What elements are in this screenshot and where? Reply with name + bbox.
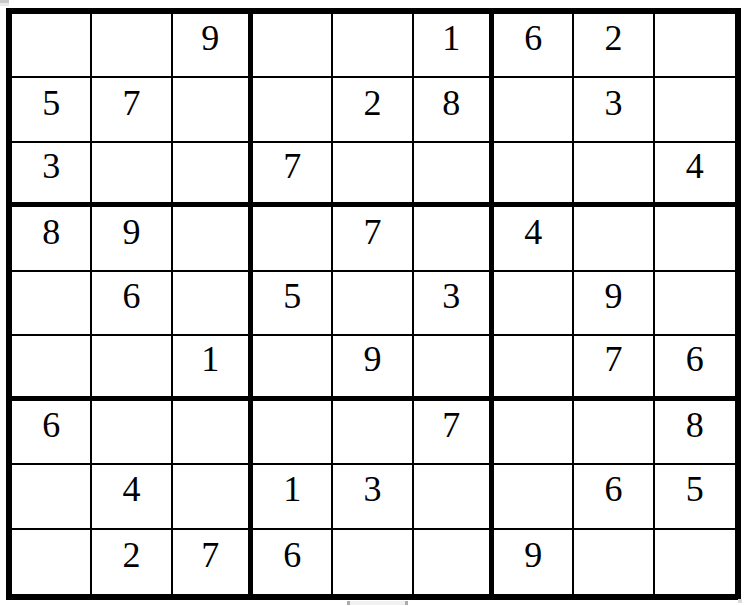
cell-r8c1[interactable]: [12, 465, 92, 529]
cell-r1c8[interactable]: 2: [574, 14, 654, 78]
cell-r6c9[interactable]: 6: [655, 336, 735, 400]
cell-r7c1[interactable]: 6: [12, 401, 92, 465]
cell-r9c7[interactable]: 9: [494, 530, 574, 594]
cell-r9c3[interactable]: 7: [173, 530, 253, 594]
cell-r8c7[interactable]: [494, 465, 574, 529]
cell-r5c7[interactable]: [494, 272, 574, 336]
cell-r1c2[interactable]: [92, 14, 172, 78]
cell-r9c8[interactable]: [574, 530, 654, 594]
cell-r2c6[interactable]: 8: [414, 78, 494, 142]
cell-r5c4[interactable]: 5: [253, 272, 333, 336]
cell-r6c3[interactable]: 1: [173, 336, 253, 400]
cell-r7c6[interactable]: 7: [414, 401, 494, 465]
cell-digit: 7: [122, 85, 140, 121]
cell-r3c2[interactable]: [92, 143, 172, 207]
cell-digit: 7: [283, 148, 301, 184]
cell-r3c3[interactable]: [173, 143, 253, 207]
cell-r2c8[interactable]: 3: [574, 78, 654, 142]
cell-r7c9[interactable]: 8: [655, 401, 735, 465]
cell-digit: 2: [122, 537, 140, 573]
screenshot-stage: 916257283374897465391976678413652769: [0, 0, 745, 606]
cell-r2c4[interactable]: [253, 78, 333, 142]
cell-r9c5[interactable]: [333, 530, 413, 594]
cell-digit: 4: [524, 214, 542, 250]
cell-r5c5[interactable]: [333, 272, 413, 336]
cell-digit: 1: [283, 471, 301, 507]
cell-r9c4[interactable]: 6: [253, 530, 333, 594]
cell-r4c6[interactable]: [414, 207, 494, 271]
cell-digit: 8: [442, 85, 460, 121]
cell-r6c5[interactable]: 9: [333, 336, 413, 400]
cell-r8c8[interactable]: 6: [574, 465, 654, 529]
cell-r6c2[interactable]: [92, 336, 172, 400]
cell-digit: 4: [122, 471, 140, 507]
cell-digit: 2: [604, 20, 622, 56]
cell-r4c4[interactable]: [253, 207, 333, 271]
cell-r3c5[interactable]: [333, 143, 413, 207]
cell-r2c7[interactable]: [494, 78, 574, 142]
cell-r6c8[interactable]: 7: [574, 336, 654, 400]
cell-r7c8[interactable]: [574, 401, 654, 465]
cell-r2c1[interactable]: 5: [12, 78, 92, 142]
cell-r1c4[interactable]: [253, 14, 333, 78]
cell-r8c3[interactable]: [173, 465, 253, 529]
cell-r3c8[interactable]: [574, 143, 654, 207]
cell-digit: 6: [283, 537, 301, 573]
cell-r3c4[interactable]: 7: [253, 143, 333, 207]
cell-r2c3[interactable]: [173, 78, 253, 142]
cell-digit: 9: [363, 341, 381, 377]
sudoku-board: 916257283374897465391976678413652769: [6, 8, 741, 600]
cell-r6c4[interactable]: [253, 336, 333, 400]
cell-r2c5[interactable]: 2: [333, 78, 413, 142]
cell-r4c3[interactable]: [173, 207, 253, 271]
cell-digit: 6: [686, 341, 704, 377]
cell-r9c1[interactable]: [12, 530, 92, 594]
cell-r4c1[interactable]: 8: [12, 207, 92, 271]
cell-digit: 5: [686, 471, 704, 507]
cell-r3c7[interactable]: [494, 143, 574, 207]
cell-r5c2[interactable]: 6: [92, 272, 172, 336]
cell-r1c1[interactable]: [12, 14, 92, 78]
cell-digit: 3: [604, 85, 622, 121]
cell-r5c9[interactable]: [655, 272, 735, 336]
cell-digit: 9: [524, 537, 542, 573]
cell-digit: 7: [442, 407, 460, 443]
cell-r3c1[interactable]: 3: [12, 143, 92, 207]
cell-r6c1[interactable]: [12, 336, 92, 400]
cell-digit: 8: [42, 214, 60, 250]
cell-r3c9[interactable]: 4: [655, 143, 735, 207]
cell-r8c6[interactable]: [414, 465, 494, 529]
cell-digit: 6: [42, 407, 60, 443]
cell-digit: 7: [604, 341, 622, 377]
corner-artifact-bottom-right: [738, 599, 742, 603]
cell-r9c6[interactable]: [414, 530, 494, 594]
cell-digit: 6: [604, 471, 622, 507]
cell-r8c4[interactable]: 1: [253, 465, 333, 529]
cell-r5c3[interactable]: [173, 272, 253, 336]
cell-r6c6[interactable]: [414, 336, 494, 400]
cell-r1c6[interactable]: 1: [414, 14, 494, 78]
cell-digit: 5: [42, 85, 60, 121]
cell-r5c8[interactable]: 9: [574, 272, 654, 336]
cell-digit: 6: [122, 278, 140, 314]
cell-r8c5[interactable]: 3: [333, 465, 413, 529]
cell-r9c2[interactable]: 2: [92, 530, 172, 594]
cell-r9c9[interactable]: [655, 530, 735, 594]
cell-digit: 7: [201, 537, 219, 573]
cell-digit: 4: [686, 148, 704, 184]
cell-r6c7[interactable]: [494, 336, 574, 400]
cell-digit: 3: [442, 278, 460, 314]
cell-r4c8[interactable]: [574, 207, 654, 271]
cell-r7c3[interactable]: [173, 401, 253, 465]
cell-r8c2[interactable]: 4: [92, 465, 172, 529]
cell-digit: 7: [363, 214, 381, 250]
cell-r5c6[interactable]: 3: [414, 272, 494, 336]
cell-r7c2[interactable]: [92, 401, 172, 465]
cell-digit: 9: [122, 214, 140, 250]
cell-r4c5[interactable]: 7: [333, 207, 413, 271]
cell-r2c9[interactable]: [655, 78, 735, 142]
cell-r1c9[interactable]: [655, 14, 735, 78]
cell-digit: 1: [442, 20, 460, 56]
scrollbar-corner-artifact-top-left: [0, 0, 9, 6]
cell-r1c3[interactable]: 9: [173, 14, 253, 78]
cell-r5c1[interactable]: [12, 272, 92, 336]
scrollbar-thumb-endcap-right: [405, 601, 408, 605]
cell-r4c7[interactable]: 4: [494, 207, 574, 271]
cell-digit: 3: [42, 148, 60, 184]
cell-digit: 1: [201, 341, 219, 377]
cell-r4c9[interactable]: [655, 207, 735, 271]
cell-digit: 8: [686, 407, 704, 443]
cell-r3c6[interactable]: [414, 143, 494, 207]
cell-digit: 9: [604, 278, 622, 314]
cell-r7c4[interactable]: [253, 401, 333, 465]
cell-r4c2[interactable]: 9: [92, 207, 172, 271]
cell-digit: 6: [524, 20, 542, 56]
scrollbar-thumb-endcap-left: [347, 601, 350, 605]
horizontal-scrollbar-thumb[interactable]: [347, 601, 408, 605]
cell-r8c9[interactable]: 5: [655, 465, 735, 529]
cell-r7c7[interactable]: [494, 401, 574, 465]
cell-digit: 2: [363, 85, 381, 121]
cell-digit: 9: [201, 20, 219, 56]
cell-digit: 3: [363, 471, 381, 507]
cell-r1c7[interactable]: 6: [494, 14, 574, 78]
cell-r7c5[interactable]: [333, 401, 413, 465]
cell-digit: 5: [283, 278, 301, 314]
cell-r2c2[interactable]: 7: [92, 78, 172, 142]
cell-r1c5[interactable]: [333, 14, 413, 78]
